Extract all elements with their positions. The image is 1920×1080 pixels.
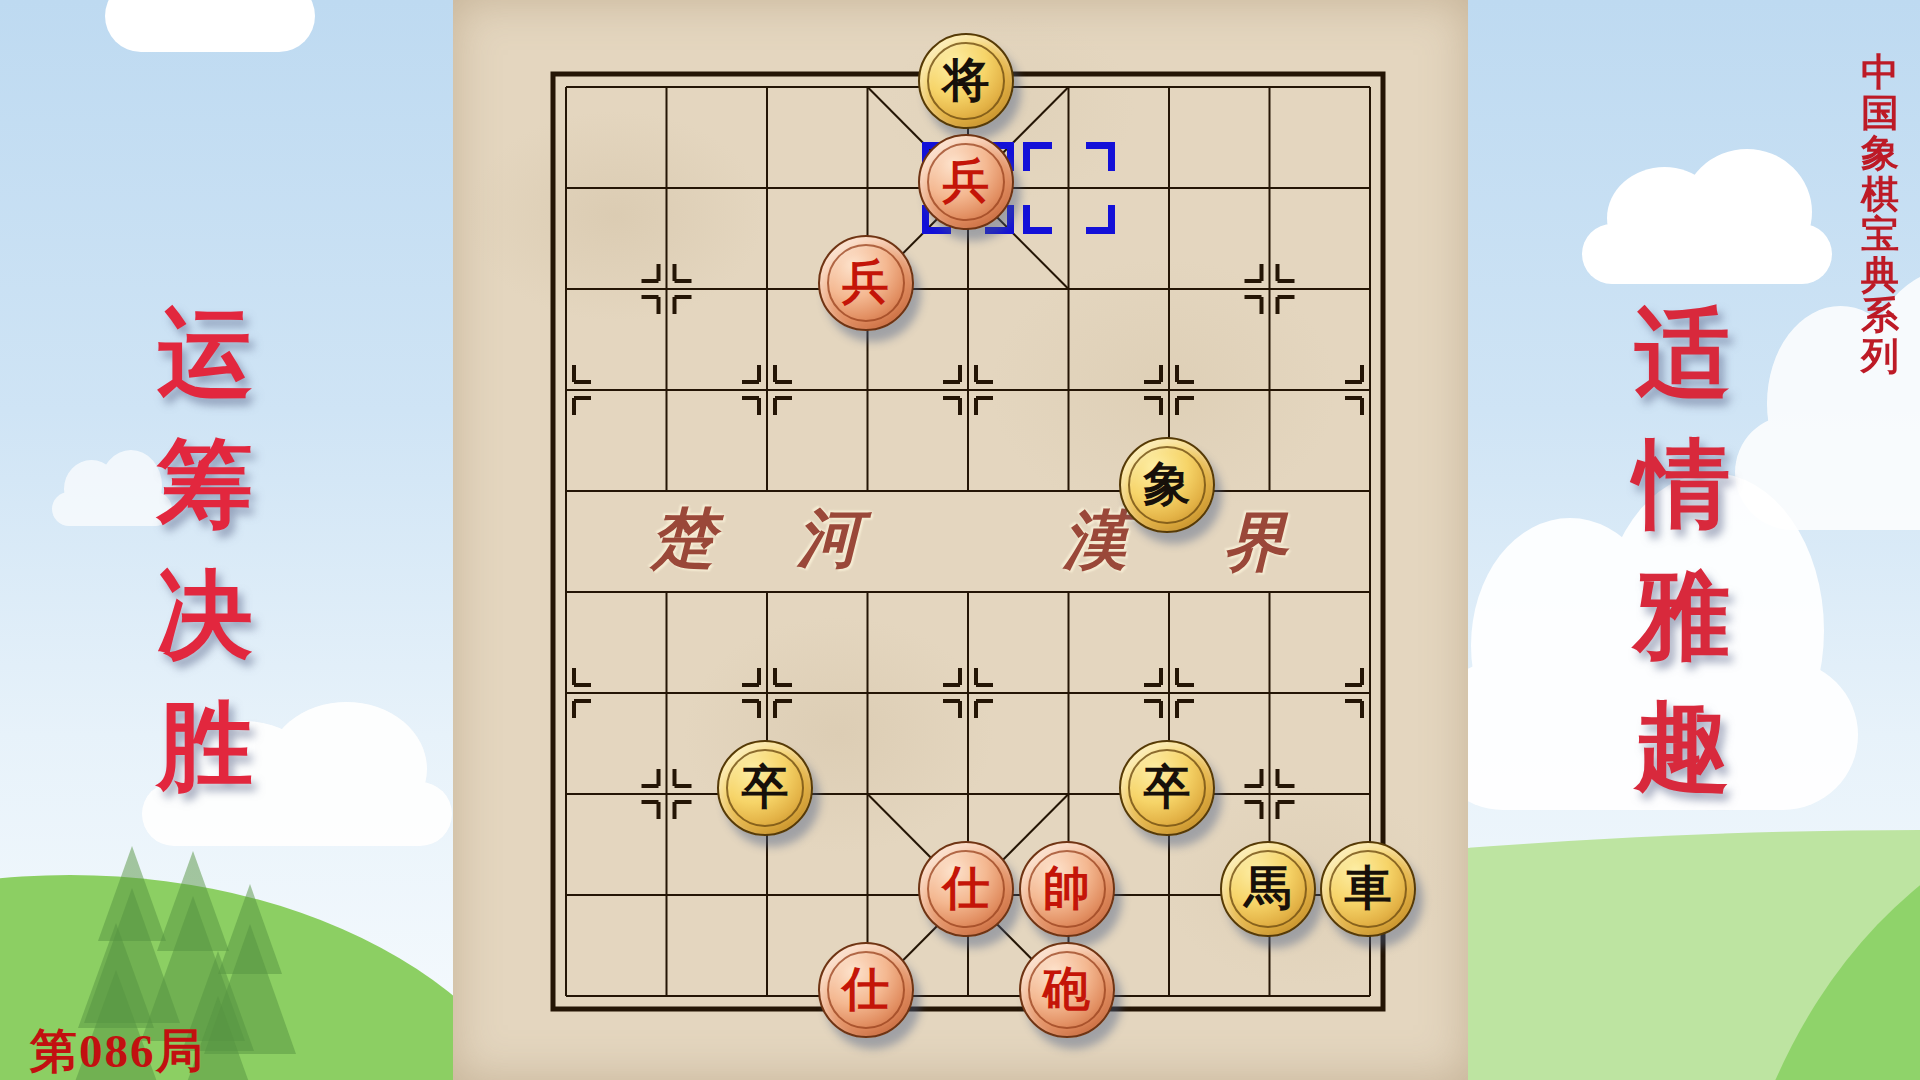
title-character: 宝 bbox=[1850, 214, 1910, 255]
title-character: 筹 bbox=[150, 419, 260, 550]
piece-character: 卒 bbox=[742, 764, 789, 811]
piece-character: 砲 bbox=[1043, 966, 1090, 1013]
piece-red-advisor[interactable]: 仕 bbox=[818, 942, 914, 1038]
river-label: 河 bbox=[797, 495, 861, 582]
piece-character: 将 bbox=[943, 57, 990, 104]
title-character: 雅 bbox=[1627, 550, 1737, 681]
title-character: 决 bbox=[150, 550, 260, 681]
piece-black-horse[interactable]: 馬 bbox=[1220, 841, 1316, 937]
piece-character: 車 bbox=[1345, 865, 1392, 912]
piece-character: 仕 bbox=[842, 966, 889, 1013]
title-character: 中 bbox=[1850, 52, 1910, 93]
piece-red-cannon[interactable]: 砲 bbox=[1019, 942, 1115, 1038]
piece-character: 兵 bbox=[842, 259, 889, 306]
title-character: 国 bbox=[1850, 93, 1910, 134]
title-character: 象 bbox=[1850, 133, 1910, 174]
river-label: 漢 bbox=[1063, 497, 1127, 584]
title-character: 运 bbox=[150, 288, 260, 419]
title-character: 胜 bbox=[150, 681, 260, 812]
left-title-calligraphy: 运筹决胜 bbox=[150, 288, 260, 812]
piece-character: 兵 bbox=[943, 158, 990, 205]
piece-red-soldier[interactable]: 兵 bbox=[918, 134, 1014, 230]
scene: 楚河漢界 将兵兵象卒卒仕帥馬車仕砲 运筹决胜 适情雅趣 中国象棋宝典系列 第08… bbox=[0, 0, 1920, 1080]
title-character: 列 bbox=[1850, 336, 1910, 377]
title-character: 系 bbox=[1850, 295, 1910, 336]
piece-character: 馬 bbox=[1244, 865, 1291, 912]
title-character: 趣 bbox=[1627, 681, 1737, 812]
piece-black-general[interactable]: 将 bbox=[918, 33, 1014, 129]
puzzle-number-label: 第086局 bbox=[30, 1020, 205, 1080]
title-character: 典 bbox=[1850, 255, 1910, 296]
title-character: 适 bbox=[1627, 288, 1737, 419]
piece-character: 仕 bbox=[943, 865, 990, 912]
piece-black-chariot[interactable]: 車 bbox=[1320, 841, 1416, 937]
piece-character: 卒 bbox=[1144, 764, 1191, 811]
river-label: 楚 bbox=[651, 495, 715, 582]
river-label: 界 bbox=[1223, 499, 1287, 586]
piece-black-soldier[interactable]: 卒 bbox=[717, 740, 813, 836]
series-title-vertical: 中国象棋宝典系列 bbox=[1850, 52, 1910, 376]
piece-red-advisor[interactable]: 仕 bbox=[918, 841, 1014, 937]
title-character: 棋 bbox=[1850, 174, 1910, 215]
piece-character: 帥 bbox=[1043, 865, 1090, 912]
piece-black-elephant[interactable]: 象 bbox=[1119, 437, 1215, 533]
piece-black-soldier[interactable]: 卒 bbox=[1119, 740, 1215, 836]
right-title-calligraphy: 适情雅趣 bbox=[1627, 288, 1737, 812]
title-character: 情 bbox=[1627, 419, 1737, 550]
piece-red-soldier[interactable]: 兵 bbox=[818, 235, 914, 331]
piece-red-general[interactable]: 帥 bbox=[1019, 841, 1115, 937]
cloud-top-left bbox=[105, 0, 315, 52]
move-from-marker bbox=[1023, 142, 1115, 234]
piece-character: 象 bbox=[1144, 461, 1191, 508]
